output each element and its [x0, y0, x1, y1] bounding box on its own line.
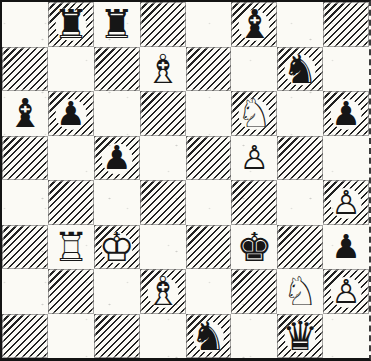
square-h5[interactable]	[323, 136, 369, 181]
square-d6[interactable]	[140, 91, 186, 136]
square-h1[interactable]	[323, 314, 369, 359]
square-f5[interactable]: ♙	[231, 136, 277, 181]
square-d8[interactable]	[140, 2, 186, 47]
square-h6[interactable]: ♟	[323, 91, 369, 136]
black-bishop-icon[interactable]: ♝	[2, 91, 48, 136]
square-a4[interactable]	[2, 180, 48, 225]
square-g1[interactable]: ♛	[277, 314, 323, 359]
square-g6[interactable]	[277, 91, 323, 136]
square-a5[interactable]	[2, 136, 48, 181]
square-f1[interactable]	[231, 314, 277, 359]
square-b4[interactable]	[48, 180, 94, 225]
white-knight-icon[interactable]: ♘	[277, 269, 323, 314]
square-b7[interactable]	[48, 47, 94, 92]
black-pawn-icon[interactable]: ♟	[323, 91, 369, 136]
square-h7[interactable]	[323, 47, 369, 92]
square-b6[interactable]: ♟	[48, 91, 94, 136]
square-f2[interactable]	[231, 269, 277, 314]
black-bishop-icon[interactable]: ♝	[231, 2, 277, 47]
black-knight-icon[interactable]: ♞	[277, 47, 323, 92]
square-d7[interactable]: ♗	[140, 47, 186, 92]
square-d1[interactable]	[140, 314, 186, 359]
white-pawn-icon[interactable]: ♙	[323, 269, 369, 314]
white-bishop-icon[interactable]: ♗	[140, 269, 186, 314]
black-rook-icon[interactable]: ♜	[48, 2, 94, 47]
square-f8[interactable]: ♝	[231, 2, 277, 47]
square-f6[interactable]: ♘	[231, 91, 277, 136]
square-h4[interactable]: ♙	[323, 180, 369, 225]
square-d2[interactable]: ♗	[140, 269, 186, 314]
square-d5[interactable]	[140, 136, 186, 181]
chess-diagram: ♜♜♝♗♞♝♟♘♟♟♙♙♖♔♚♟♗♘♙♞♛	[0, 0, 371, 361]
square-e7[interactable]	[186, 47, 232, 92]
white-bishop-icon[interactable]: ♗	[140, 47, 186, 92]
square-b5[interactable]	[48, 136, 94, 181]
black-pawn-icon[interactable]: ♟	[323, 225, 369, 270]
square-g2[interactable]: ♘	[277, 269, 323, 314]
square-g7[interactable]: ♞	[277, 47, 323, 92]
square-b1[interactable]	[48, 314, 94, 359]
square-f4[interactable]	[231, 180, 277, 225]
black-queen-icon[interactable]: ♛	[277, 314, 323, 359]
square-e3[interactable]	[186, 225, 232, 270]
square-c7[interactable]	[94, 47, 140, 92]
square-b2[interactable]	[48, 269, 94, 314]
white-pawn-icon[interactable]: ♙	[231, 136, 277, 181]
square-e4[interactable]	[186, 180, 232, 225]
square-c8[interactable]: ♜	[94, 2, 140, 47]
black-rook-icon[interactable]: ♜	[94, 2, 140, 47]
square-g3[interactable]	[277, 225, 323, 270]
square-g8[interactable]	[277, 2, 323, 47]
square-f3[interactable]: ♚	[231, 225, 277, 270]
white-pawn-icon[interactable]: ♙	[323, 180, 369, 225]
square-a3[interactable]	[2, 225, 48, 270]
square-g4[interactable]	[277, 180, 323, 225]
square-a7[interactable]	[2, 47, 48, 92]
square-e1[interactable]: ♞	[186, 314, 232, 359]
square-e6[interactable]	[186, 91, 232, 136]
black-pawn-icon[interactable]: ♟	[48, 91, 94, 136]
black-pawn-icon[interactable]: ♟	[94, 136, 140, 181]
square-e5[interactable]	[186, 136, 232, 181]
square-g5[interactable]	[277, 136, 323, 181]
white-king-icon[interactable]: ♔	[94, 225, 140, 270]
square-h8[interactable]	[323, 2, 369, 47]
square-a6[interactable]: ♝	[2, 91, 48, 136]
square-e2[interactable]	[186, 269, 232, 314]
square-h2[interactable]: ♙	[323, 269, 369, 314]
square-c1[interactable]	[94, 314, 140, 359]
chess-board: ♜♜♝♗♞♝♟♘♟♟♙♙♖♔♚♟♗♘♙♞♛	[2, 2, 369, 358]
square-c5[interactable]: ♟	[94, 136, 140, 181]
square-b8[interactable]: ♜	[48, 2, 94, 47]
square-e8[interactable]	[186, 2, 232, 47]
square-d3[interactable]	[140, 225, 186, 270]
black-king-icon[interactable]: ♚	[231, 225, 277, 270]
square-a2[interactable]	[2, 269, 48, 314]
square-c6[interactable]	[94, 91, 140, 136]
square-f7[interactable]	[231, 47, 277, 92]
square-b3[interactable]: ♖	[48, 225, 94, 270]
square-a1[interactable]	[2, 314, 48, 359]
square-h3[interactable]: ♟	[323, 225, 369, 270]
square-c2[interactable]	[94, 269, 140, 314]
square-c4[interactable]	[94, 180, 140, 225]
square-a8[interactable]	[2, 2, 48, 47]
square-d4[interactable]	[140, 180, 186, 225]
white-rook-icon[interactable]: ♖	[48, 225, 94, 270]
square-c3[interactable]: ♔	[94, 225, 140, 270]
black-knight-icon[interactable]: ♞	[186, 314, 232, 359]
white-knight-icon[interactable]: ♘	[231, 91, 277, 136]
